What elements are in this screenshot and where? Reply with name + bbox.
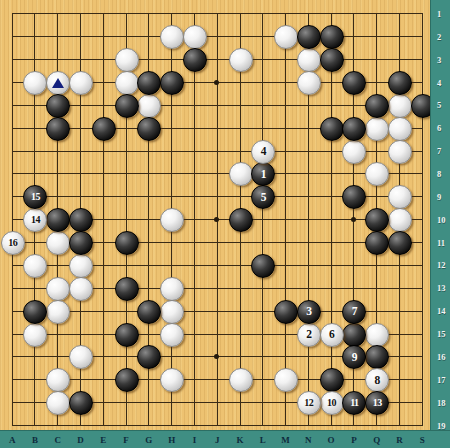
move-number-label: 6 bbox=[329, 329, 334, 341]
col-label-M: M bbox=[281, 435, 290, 445]
stone-black-O3 bbox=[320, 48, 344, 72]
go-diagram-screen: 12345678910111213141516 ABCDEFGHIJKLMNOP… bbox=[0, 0, 450, 448]
row-label-2: 2 bbox=[437, 32, 441, 42]
row-label-1: 1 bbox=[437, 9, 441, 19]
row-label-9: 9 bbox=[437, 192, 441, 202]
row-label-16: 16 bbox=[437, 352, 446, 362]
col-label-Q: Q bbox=[373, 435, 380, 445]
stone-black-E6 bbox=[92, 117, 116, 141]
col-label-S: S bbox=[420, 435, 425, 445]
stone-black-M14 bbox=[274, 300, 298, 324]
row-label-19: 19 bbox=[437, 421, 446, 431]
row-label-7: 7 bbox=[437, 146, 441, 156]
stone-black-R4 bbox=[388, 71, 412, 95]
row-label-3: 3 bbox=[437, 55, 441, 65]
move-number-label: 11 bbox=[350, 398, 358, 408]
col-label-E: E bbox=[100, 435, 106, 445]
row-label-15: 15 bbox=[437, 329, 446, 339]
row-label-8: 8 bbox=[437, 169, 441, 179]
stone-white-R10 bbox=[388, 208, 412, 232]
move-12-stone-white-N18: 12 bbox=[297, 391, 321, 415]
row-label-18: 18 bbox=[437, 398, 446, 408]
move-number-label: 2 bbox=[306, 329, 311, 341]
stone-white-D12 bbox=[69, 254, 93, 278]
row-label-13: 13 bbox=[437, 283, 446, 293]
stone-black-G14 bbox=[137, 300, 161, 324]
stone-white-F4 bbox=[115, 71, 139, 95]
stone-black-O2 bbox=[320, 25, 344, 49]
stone-white-Q6 bbox=[365, 117, 389, 141]
move-number-label: 14 bbox=[31, 215, 40, 225]
stone-black-F17 bbox=[115, 368, 139, 392]
row-label-14: 14 bbox=[437, 306, 446, 316]
move-number-label: 1 bbox=[261, 169, 266, 181]
col-label-C: C bbox=[55, 435, 62, 445]
row-label-4: 4 bbox=[437, 78, 441, 88]
stone-white-Q15 bbox=[365, 323, 389, 347]
stone-white-K17 bbox=[229, 368, 253, 392]
row-label-17: 17 bbox=[437, 375, 446, 385]
move-16-stone-white-A11: 16 bbox=[1, 231, 25, 255]
stone-black-N2 bbox=[297, 25, 321, 49]
move-7-stone-black-P14: 7 bbox=[342, 300, 366, 324]
move-6-stone-white-O15: 6 bbox=[320, 323, 344, 347]
col-label-F: F bbox=[123, 435, 129, 445]
stone-black-F11 bbox=[115, 231, 139, 255]
move-2-stone-white-N15: 2 bbox=[297, 323, 321, 347]
stone-black-K10 bbox=[229, 208, 253, 232]
col-label-R: R bbox=[396, 435, 403, 445]
col-label-D: D bbox=[77, 435, 84, 445]
stone-black-I3 bbox=[183, 48, 207, 72]
stone-white-P7 bbox=[342, 140, 366, 164]
stone-white-N4 bbox=[297, 71, 321, 95]
stone-white-C13 bbox=[46, 277, 70, 301]
grid-line bbox=[12, 379, 423, 380]
stone-white-H14 bbox=[160, 300, 184, 324]
grid-line bbox=[285, 13, 286, 426]
col-label-G: G bbox=[145, 435, 152, 445]
grid-line bbox=[262, 13, 263, 426]
stone-black-P15 bbox=[342, 323, 366, 347]
move-number-label: 15 bbox=[31, 192, 40, 202]
move-number-label: 12 bbox=[304, 398, 313, 408]
move-number-label: 9 bbox=[352, 352, 357, 364]
star-point bbox=[214, 217, 219, 222]
move-3-stone-black-N14: 3 bbox=[297, 300, 321, 324]
grid-line bbox=[422, 13, 423, 426]
move-number-label: 10 bbox=[327, 398, 336, 408]
row-label-12: 12 bbox=[437, 260, 446, 270]
stone-black-B14 bbox=[23, 300, 47, 324]
col-label-K: K bbox=[236, 435, 243, 445]
move-10-stone-white-O18: 10 bbox=[320, 391, 344, 415]
stone-black-G6 bbox=[137, 117, 161, 141]
star-point bbox=[351, 217, 356, 222]
col-label-J: J bbox=[215, 435, 220, 445]
row-label-6: 6 bbox=[437, 123, 441, 133]
star-point bbox=[214, 354, 219, 359]
stone-white-R6 bbox=[388, 117, 412, 141]
row-label-11: 11 bbox=[437, 238, 445, 248]
col-label-B: B bbox=[32, 435, 38, 445]
move-number-label: 8 bbox=[375, 375, 380, 387]
move-number-label: 13 bbox=[373, 398, 382, 408]
stone-black-C6 bbox=[46, 117, 70, 141]
move-4-stone-white-L7: 4 bbox=[251, 140, 275, 164]
column-label-strip bbox=[0, 430, 450, 448]
row-label-5: 5 bbox=[437, 100, 441, 110]
col-label-I: I bbox=[193, 435, 197, 445]
stone-black-O17 bbox=[320, 368, 344, 392]
col-label-O: O bbox=[328, 435, 335, 445]
col-label-H: H bbox=[168, 435, 175, 445]
move-number-label: 5 bbox=[261, 192, 266, 204]
stone-black-P6 bbox=[342, 117, 366, 141]
stone-white-H13 bbox=[160, 277, 184, 301]
stone-white-K3 bbox=[229, 48, 253, 72]
stone-white-R5 bbox=[388, 94, 412, 118]
grid-line bbox=[12, 425, 423, 426]
move-number-label: 4 bbox=[261, 146, 266, 158]
stone-black-C5 bbox=[46, 94, 70, 118]
stone-black-Q5 bbox=[365, 94, 389, 118]
stone-white-C14 bbox=[46, 300, 70, 324]
stone-black-D11 bbox=[69, 231, 93, 255]
stone-black-F13 bbox=[115, 277, 139, 301]
stone-white-D13 bbox=[69, 277, 93, 301]
move-number-label: 7 bbox=[352, 306, 357, 318]
move-number-label: 3 bbox=[306, 306, 311, 318]
stone-black-R11 bbox=[388, 231, 412, 255]
stone-white-D4 bbox=[69, 71, 93, 95]
grid-line bbox=[331, 13, 332, 426]
stone-black-F15 bbox=[115, 323, 139, 347]
star-point bbox=[214, 80, 219, 85]
col-label-N: N bbox=[305, 435, 312, 445]
row-label-10: 10 bbox=[437, 215, 446, 225]
col-label-P: P bbox=[351, 435, 357, 445]
stone-white-B15 bbox=[23, 323, 47, 347]
stone-white-K8 bbox=[229, 162, 253, 186]
stone-white-N3 bbox=[297, 48, 321, 72]
stone-white-R7 bbox=[388, 140, 412, 164]
stone-white-H15 bbox=[160, 323, 184, 347]
move-number-label: 16 bbox=[8, 238, 17, 248]
stone-white-F3 bbox=[115, 48, 139, 72]
stone-black-F5 bbox=[115, 94, 139, 118]
stone-black-H4 bbox=[160, 71, 184, 95]
col-label-L: L bbox=[260, 435, 266, 445]
col-label-A: A bbox=[9, 435, 16, 445]
stone-black-O6 bbox=[320, 117, 344, 141]
triangle-marker-icon bbox=[52, 78, 64, 88]
